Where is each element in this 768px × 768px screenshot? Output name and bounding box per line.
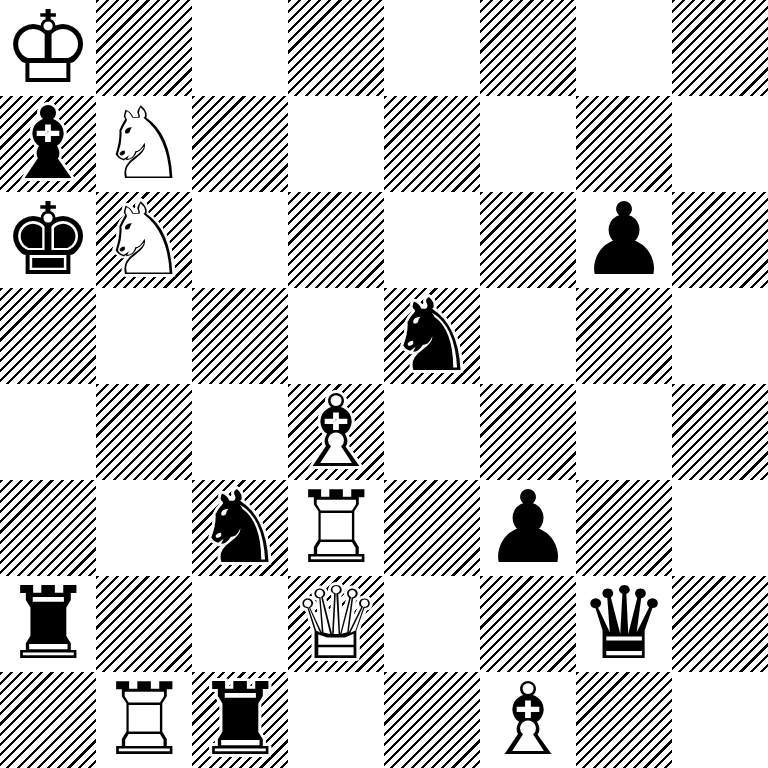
- white-bishop-glyph: ♗: [288, 384, 384, 480]
- square-e6[interactable]: [384, 192, 480, 288]
- square-d4[interactable]: ♝♗: [288, 384, 384, 480]
- square-d6[interactable]: [288, 192, 384, 288]
- square-a7[interactable]: ♝♝: [0, 96, 96, 192]
- square-h4[interactable]: [672, 384, 768, 480]
- square-d2[interactable]: ♛♕: [288, 576, 384, 672]
- white-rook-glyph: ♖: [96, 672, 192, 768]
- square-c3[interactable]: ♞♞: [192, 480, 288, 576]
- square-h7[interactable]: [672, 96, 768, 192]
- square-h2[interactable]: [672, 576, 768, 672]
- square-f4[interactable]: [480, 384, 576, 480]
- square-e8[interactable]: [384, 0, 480, 96]
- square-d3[interactable]: ♜♖: [288, 480, 384, 576]
- square-b4[interactable]: [96, 384, 192, 480]
- white-knight[interactable]: ♞♘: [96, 192, 192, 288]
- black-knight[interactable]: ♞♞: [384, 288, 480, 384]
- black-queen-glyph: ♛: [576, 576, 672, 672]
- square-d5[interactable]: [288, 288, 384, 384]
- square-h1[interactable]: [672, 672, 768, 768]
- square-c8[interactable]: [192, 0, 288, 96]
- square-b3[interactable]: [96, 480, 192, 576]
- square-a5[interactable]: [0, 288, 96, 384]
- square-d7[interactable]: [288, 96, 384, 192]
- square-e2[interactable]: [384, 576, 480, 672]
- black-king-glyph: ♚: [0, 192, 96, 288]
- white-queen-glyph: ♕: [288, 576, 384, 672]
- square-g6[interactable]: ♟♟: [576, 192, 672, 288]
- square-f8[interactable]: [480, 0, 576, 96]
- black-king[interactable]: ♚♚: [0, 192, 96, 288]
- black-rook[interactable]: ♜♜: [192, 672, 288, 768]
- square-e5[interactable]: ♞♞: [384, 288, 480, 384]
- black-knight-glyph: ♞: [192, 480, 288, 576]
- square-f6[interactable]: [480, 192, 576, 288]
- square-e7[interactable]: [384, 96, 480, 192]
- black-knight-glyph: ♞: [384, 288, 480, 384]
- black-pawn[interactable]: ♟♟: [480, 480, 576, 576]
- square-c2[interactable]: [192, 576, 288, 672]
- square-b1[interactable]: ♜♖: [96, 672, 192, 768]
- white-king[interactable]: ♚♔: [0, 0, 96, 96]
- square-d8[interactable]: [288, 0, 384, 96]
- square-c7[interactable]: [192, 96, 288, 192]
- white-bishop[interactable]: ♝♗: [480, 672, 576, 768]
- white-rook-glyph: ♖: [288, 480, 384, 576]
- square-b6[interactable]: ♞♘: [96, 192, 192, 288]
- square-c4[interactable]: [192, 384, 288, 480]
- square-c5[interactable]: [192, 288, 288, 384]
- square-a6[interactable]: ♚♚: [0, 192, 96, 288]
- black-bishop[interactable]: ♝♝: [0, 96, 96, 192]
- square-c1[interactable]: ♜♜: [192, 672, 288, 768]
- white-knight-glyph: ♘: [96, 96, 192, 192]
- square-g2[interactable]: ♛♛: [576, 576, 672, 672]
- square-g4[interactable]: [576, 384, 672, 480]
- square-a1[interactable]: [0, 672, 96, 768]
- black-pawn-glyph: ♟: [480, 480, 576, 576]
- black-pawn-glyph: ♟: [576, 192, 672, 288]
- square-g3[interactable]: [576, 480, 672, 576]
- square-b2[interactable]: [96, 576, 192, 672]
- square-f7[interactable]: [480, 96, 576, 192]
- square-f3[interactable]: ♟♟: [480, 480, 576, 576]
- white-knight-glyph: ♘: [96, 192, 192, 288]
- square-h6[interactable]: [672, 192, 768, 288]
- black-pawn[interactable]: ♟♟: [576, 192, 672, 288]
- white-rook[interactable]: ♜♖: [288, 480, 384, 576]
- white-king-glyph: ♔: [0, 0, 96, 96]
- square-g5[interactable]: [576, 288, 672, 384]
- white-knight[interactable]: ♞♘: [96, 96, 192, 192]
- square-h5[interactable]: [672, 288, 768, 384]
- white-queen[interactable]: ♛♕: [288, 576, 384, 672]
- white-bishop[interactable]: ♝♗: [288, 384, 384, 480]
- square-a3[interactable]: [0, 480, 96, 576]
- square-c6[interactable]: [192, 192, 288, 288]
- square-f2[interactable]: [480, 576, 576, 672]
- square-f1[interactable]: ♝♗: [480, 672, 576, 768]
- black-queen[interactable]: ♛♛: [576, 576, 672, 672]
- white-bishop-glyph: ♗: [480, 672, 576, 768]
- square-b8[interactable]: [96, 0, 192, 96]
- black-rook-glyph: ♜: [192, 672, 288, 768]
- black-bishop-glyph: ♝: [0, 96, 96, 192]
- square-h3[interactable]: [672, 480, 768, 576]
- black-rook[interactable]: ♜♜: [0, 576, 96, 672]
- square-a2[interactable]: ♜♜: [0, 576, 96, 672]
- square-e4[interactable]: [384, 384, 480, 480]
- square-b7[interactable]: ♞♘: [96, 96, 192, 192]
- square-e1[interactable]: [384, 672, 480, 768]
- square-a8[interactable]: ♚♔: [0, 0, 96, 96]
- square-d1[interactable]: [288, 672, 384, 768]
- white-rook[interactable]: ♜♖: [96, 672, 192, 768]
- black-rook-glyph: ♜: [0, 576, 96, 672]
- square-g8[interactable]: [576, 0, 672, 96]
- square-a4[interactable]: [0, 384, 96, 480]
- square-e3[interactable]: [384, 480, 480, 576]
- square-g7[interactable]: [576, 96, 672, 192]
- square-f5[interactable]: [480, 288, 576, 384]
- square-h8[interactable]: [672, 0, 768, 96]
- square-g1[interactable]: [576, 672, 672, 768]
- black-knight[interactable]: ♞♞: [192, 480, 288, 576]
- square-b5[interactable]: [96, 288, 192, 384]
- chess-board: ♚♔♝♝♞♘♚♚♞♘♟♟♞♞♝♗♞♞♜♖♟♟♜♜♛♕♛♛♜♖♜♜♝♗: [0, 0, 768, 768]
